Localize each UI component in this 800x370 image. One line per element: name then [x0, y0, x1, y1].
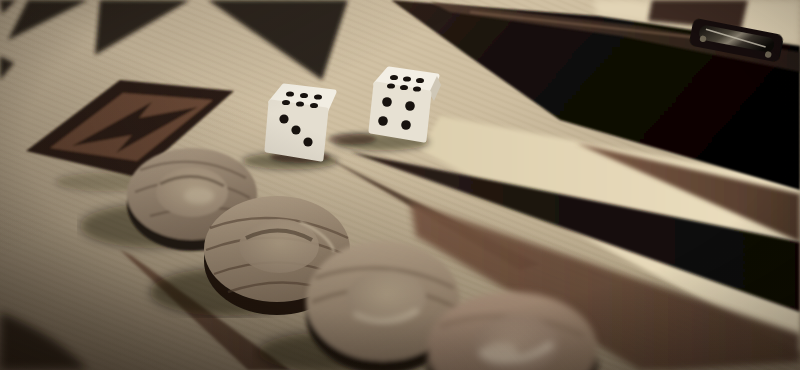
board-surface [0, 0, 800, 370]
backgammon-photo [0, 0, 800, 370]
top-left-darkening [0, 0, 800, 370]
